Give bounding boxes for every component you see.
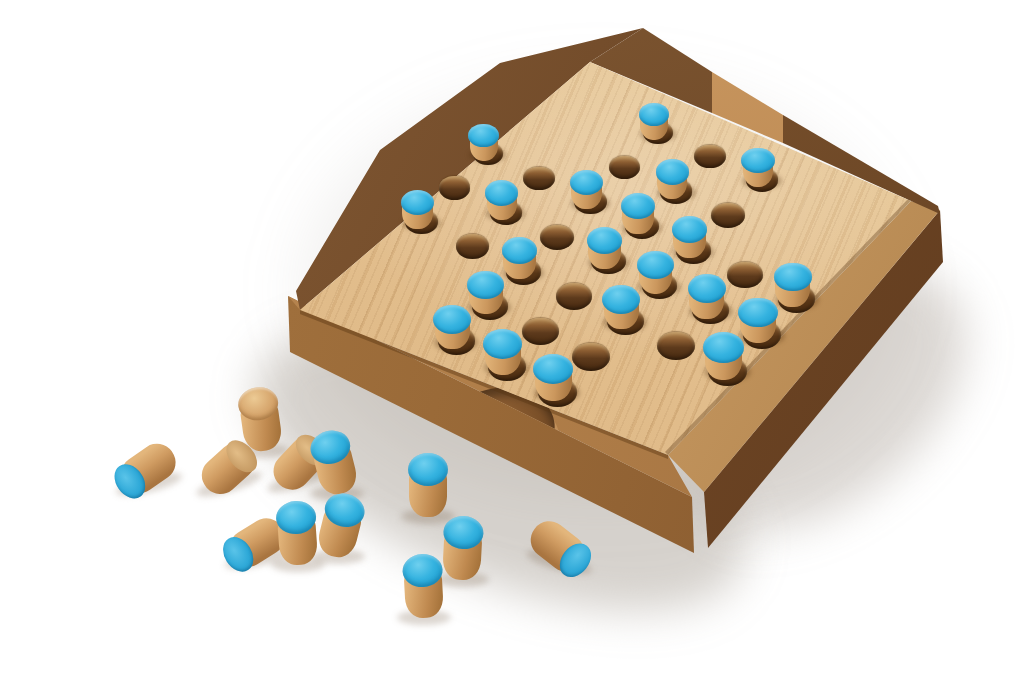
board-peg-r4c5[interactable] [637,251,674,279]
loose-peg-top-9 [408,453,448,486]
board-peg-r5c7[interactable] [703,332,743,363]
board-peg-r4c7[interactable] [738,298,777,328]
board-hole-r5c4[interactable] [556,283,592,310]
board-hole-r6c4[interactable] [522,318,559,345]
board-hole-r4c1[interactable] [439,176,471,199]
board-peg-r6c3[interactable] [467,271,504,299]
board-hole-r3c6[interactable] [727,262,763,289]
board-peg-r4c6[interactable] [688,274,726,303]
board-hole-r1c4[interactable] [694,145,726,168]
board-hole-r2c5[interactable] [711,203,745,228]
board-hole-r3c2[interactable] [523,167,555,190]
board-hole-r4c3[interactable] [540,225,574,250]
board-peg-r3c7[interactable] [774,263,812,292]
board-peg-r2c4[interactable] [656,159,689,184]
board-peg-r1c5[interactable] [741,148,774,173]
board-peg-r5c1[interactable] [401,190,434,215]
board-peg-r4c2[interactable] [485,180,518,205]
board-peg-r5c5[interactable] [602,285,640,314]
board-peg-r7c3[interactable] [433,305,471,334]
peg-solitaire-photo-scene [0,0,1024,683]
board-hole-r6c5[interactable] [572,343,610,371]
board-peg-r7c4[interactable] [483,329,522,359]
